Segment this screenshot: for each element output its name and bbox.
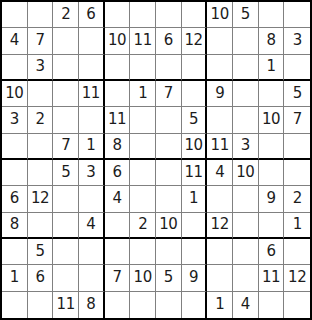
sudoku-cell[interactable]: 2 xyxy=(130,213,156,239)
given-digit: 7 xyxy=(35,33,44,48)
sudoku-cell[interactable]: 1 xyxy=(284,213,310,239)
given-digit: 4 xyxy=(215,165,224,180)
sudoku-cell[interactable] xyxy=(2,2,28,28)
given-digit: 5 xyxy=(35,244,44,259)
sudoku-cell[interactable]: 1 xyxy=(207,292,233,318)
given-digit: 1 xyxy=(86,138,95,153)
sudoku-cell[interactable] xyxy=(156,2,182,28)
sudoku-cell[interactable] xyxy=(284,134,310,160)
sudoku-cell[interactable] xyxy=(130,134,156,160)
given-digit: 11 xyxy=(57,297,75,312)
sudoku-cell[interactable]: 11 xyxy=(79,81,105,107)
sudoku-cell[interactable] xyxy=(130,239,156,265)
given-digit: 3 xyxy=(10,112,19,127)
sudoku-cell[interactable]: 8 xyxy=(2,213,28,239)
sudoku-cell[interactable]: 3 xyxy=(233,134,259,160)
given-digit: 10 xyxy=(236,165,254,180)
given-digit: 6 xyxy=(86,7,95,22)
sudoku-cell[interactable] xyxy=(79,107,105,133)
given-digit: 5 xyxy=(61,165,70,180)
sudoku-cell[interactable]: 5 xyxy=(156,265,182,291)
sudoku-cell[interactable]: 6 xyxy=(156,28,182,54)
given-digit: 11 xyxy=(211,138,229,153)
sudoku-cell[interactable]: 3 xyxy=(79,160,105,186)
given-digit: 6 xyxy=(10,191,19,206)
given-digit: 3 xyxy=(35,59,44,74)
given-digit: 2 xyxy=(35,112,44,127)
sudoku-cell[interactable] xyxy=(53,213,79,239)
sudoku-cell[interactable] xyxy=(28,134,54,160)
given-digit: 7 xyxy=(293,112,302,127)
sudoku-cell[interactable]: 3 xyxy=(2,107,28,133)
given-digit: 10 xyxy=(134,270,152,285)
sudoku-cell[interactable] xyxy=(28,213,54,239)
given-digit: 5 xyxy=(164,270,173,285)
sudoku-cell[interactable] xyxy=(233,28,259,54)
sudoku-cell[interactable] xyxy=(53,186,79,212)
sudoku-cell[interactable]: 10 xyxy=(259,107,285,133)
sudoku-cell[interactable] xyxy=(156,239,182,265)
sudoku-cell[interactable]: 1 xyxy=(79,134,105,160)
given-digit: 9 xyxy=(215,86,224,101)
sudoku-cell[interactable] xyxy=(182,55,208,81)
given-digit: 8 xyxy=(112,138,121,153)
sudoku-cell[interactable] xyxy=(79,239,105,265)
given-digit: 4 xyxy=(241,297,250,312)
sudoku-cell[interactable] xyxy=(233,186,259,212)
given-digit: 10 xyxy=(108,33,126,48)
sudoku-cell[interactable]: 1 xyxy=(130,81,156,107)
sudoku-cell[interactable] xyxy=(259,292,285,318)
given-digit: 3 xyxy=(86,165,95,180)
sudoku-cell[interactable] xyxy=(259,81,285,107)
sudoku-cell[interactable] xyxy=(156,160,182,186)
sudoku-cell[interactable]: 8 xyxy=(79,292,105,318)
sudoku-cell[interactable] xyxy=(233,239,259,265)
sudoku-cell[interactable]: 4 xyxy=(233,292,259,318)
sudoku-cell[interactable]: 7 xyxy=(105,265,131,291)
sudoku-cell[interactable]: 5 xyxy=(53,160,79,186)
given-digit: 12 xyxy=(288,270,306,285)
given-digit: 9 xyxy=(189,270,198,285)
sudoku-cell[interactable]: 10 xyxy=(2,81,28,107)
given-digit: 6 xyxy=(164,33,173,48)
sudoku-cell[interactable]: 5 xyxy=(233,2,259,28)
sudoku-cell[interactable]: 4 xyxy=(207,160,233,186)
sudoku-cell[interactable] xyxy=(233,213,259,239)
given-digit: 1 xyxy=(266,59,275,74)
sudoku-cell[interactable] xyxy=(2,292,28,318)
given-digit: 9 xyxy=(266,191,275,206)
sudoku-cell[interactable]: 1 xyxy=(182,186,208,212)
sudoku-cell[interactable] xyxy=(182,213,208,239)
sudoku-cell[interactable] xyxy=(284,55,310,81)
sudoku-cell[interactable]: 7 xyxy=(28,28,54,54)
sudoku-cell[interactable]: 10 xyxy=(207,2,233,28)
sudoku-board: 2610547101161283311011179532115107718101… xyxy=(0,0,312,320)
given-digit: 1 xyxy=(189,191,198,206)
sudoku-cell[interactable] xyxy=(53,107,79,133)
sudoku-cell[interactable] xyxy=(156,134,182,160)
sudoku-cell[interactable] xyxy=(2,239,28,265)
sudoku-cell[interactable]: 5 xyxy=(182,107,208,133)
given-digit: 3 xyxy=(241,138,250,153)
sudoku-cell[interactable] xyxy=(130,107,156,133)
sudoku-cell[interactable]: 7 xyxy=(284,107,310,133)
given-digit: 6 xyxy=(35,270,44,285)
sudoku-cell[interactable] xyxy=(284,292,310,318)
given-digit: 6 xyxy=(266,244,275,259)
given-digit: 4 xyxy=(112,191,121,206)
sudoku-cell[interactable] xyxy=(259,2,285,28)
given-digit: 5 xyxy=(293,86,302,101)
given-digit: 7 xyxy=(112,270,121,285)
sudoku-cell[interactable] xyxy=(182,239,208,265)
sudoku-cell[interactable] xyxy=(182,81,208,107)
sudoku-cell[interactable] xyxy=(130,186,156,212)
sudoku-cell[interactable] xyxy=(105,239,131,265)
sudoku-cell[interactable]: 4 xyxy=(79,213,105,239)
sudoku-cell[interactable] xyxy=(28,2,54,28)
sudoku-cell[interactable] xyxy=(130,292,156,318)
sudoku-cell[interactable] xyxy=(156,55,182,81)
sudoku-cell[interactable] xyxy=(182,292,208,318)
given-digit: 10 xyxy=(184,138,202,153)
given-digit: 2 xyxy=(138,217,147,232)
sudoku-cell[interactable]: 12 xyxy=(284,265,310,291)
sudoku-cell[interactable] xyxy=(233,265,259,291)
sudoku-cell[interactable]: 12 xyxy=(182,28,208,54)
sudoku-cell[interactable] xyxy=(130,160,156,186)
sudoku-cell[interactable] xyxy=(105,81,131,107)
sudoku-cell[interactable] xyxy=(156,292,182,318)
given-digit: 8 xyxy=(266,33,275,48)
sudoku-cell[interactable]: 6 xyxy=(259,239,285,265)
sudoku-cell[interactable]: 9 xyxy=(207,81,233,107)
sudoku-cell[interactable]: 5 xyxy=(28,239,54,265)
sudoku-cell[interactable]: 10 xyxy=(156,213,182,239)
sudoku-cell[interactable] xyxy=(105,292,131,318)
given-digit: 12 xyxy=(31,191,49,206)
sudoku-cell[interactable]: 8 xyxy=(105,134,131,160)
sudoku-cell[interactable] xyxy=(79,55,105,81)
sudoku-cell[interactable] xyxy=(2,160,28,186)
sudoku-cell[interactable] xyxy=(130,55,156,81)
sudoku-cell[interactable]: 11 xyxy=(53,292,79,318)
sudoku-cell[interactable] xyxy=(259,134,285,160)
given-digit: 10 xyxy=(262,112,280,127)
given-digit: 7 xyxy=(61,138,70,153)
sudoku-cell[interactable]: 3 xyxy=(284,28,310,54)
sudoku-cell[interactable]: 11 xyxy=(105,107,131,133)
sudoku-cell[interactable] xyxy=(207,239,233,265)
sudoku-cell[interactable]: 7 xyxy=(156,81,182,107)
sudoku-cell[interactable] xyxy=(233,107,259,133)
sudoku-cell[interactable] xyxy=(105,55,131,81)
given-digit: 10 xyxy=(5,86,23,101)
sudoku-cell[interactable]: 2 xyxy=(28,107,54,133)
sudoku-cell[interactable] xyxy=(53,28,79,54)
sudoku-cell[interactable] xyxy=(79,186,105,212)
sudoku-cell[interactable] xyxy=(284,239,310,265)
sudoku-cell[interactable] xyxy=(207,107,233,133)
sudoku-cell[interactable]: 9 xyxy=(259,186,285,212)
sudoku-cell[interactable]: 9 xyxy=(182,265,208,291)
given-digit: 2 xyxy=(61,7,70,22)
sudoku-cell[interactable]: 11 xyxy=(259,265,285,291)
sudoku-cell[interactable]: 11 xyxy=(182,160,208,186)
sudoku-cell[interactable] xyxy=(105,2,131,28)
sudoku-cell[interactable] xyxy=(2,134,28,160)
sudoku-cell[interactable] xyxy=(233,81,259,107)
sudoku-cell[interactable] xyxy=(53,239,79,265)
sudoku-cell[interactable] xyxy=(207,55,233,81)
sudoku-cell[interactable] xyxy=(53,265,79,291)
sudoku-cell[interactable] xyxy=(28,160,54,186)
sudoku-cell[interactable]: 1 xyxy=(259,55,285,81)
given-digit: 3 xyxy=(293,33,302,48)
sudoku-cell[interactable] xyxy=(2,55,28,81)
sudoku-cell[interactable] xyxy=(53,55,79,81)
sudoku-cell[interactable] xyxy=(156,186,182,212)
sudoku-cell[interactable]: 12 xyxy=(207,213,233,239)
sudoku-cell[interactable]: 1 xyxy=(2,265,28,291)
sudoku-cell[interactable] xyxy=(28,81,54,107)
given-digit: 11 xyxy=(108,112,126,127)
given-digit: 6 xyxy=(112,165,121,180)
given-digit: 4 xyxy=(86,217,95,232)
sudoku-cell[interactable]: 5 xyxy=(284,81,310,107)
sudoku-cell[interactable] xyxy=(259,213,285,239)
sudoku-cell[interactable]: 2 xyxy=(53,2,79,28)
given-digit: 5 xyxy=(189,112,198,127)
sudoku-cell[interactable] xyxy=(207,186,233,212)
given-digit: 1 xyxy=(138,86,147,101)
sudoku-cell[interactable]: 6 xyxy=(79,2,105,28)
sudoku-cell[interactable]: 10 xyxy=(182,134,208,160)
given-digit: 8 xyxy=(86,297,95,312)
sudoku-cell[interactable]: 6 xyxy=(28,265,54,291)
given-digit: 8 xyxy=(10,217,19,232)
given-digit: 10 xyxy=(159,217,177,232)
sudoku-cell[interactable]: 6 xyxy=(105,160,131,186)
given-digit: 7 xyxy=(164,86,173,101)
sudoku-cell[interactable]: 4 xyxy=(2,28,28,54)
given-digit: 10 xyxy=(211,7,229,22)
sudoku-cell[interactable]: 2 xyxy=(284,186,310,212)
given-digit: 1 xyxy=(293,217,302,232)
sudoku-cell[interactable] xyxy=(79,28,105,54)
given-digit: 11 xyxy=(262,270,280,285)
sudoku-cell[interactable]: 10 xyxy=(105,28,131,54)
sudoku-cell[interactable] xyxy=(156,107,182,133)
sudoku-cell[interactable] xyxy=(207,265,233,291)
given-digit: 11 xyxy=(82,86,100,101)
sudoku-cell[interactable] xyxy=(284,2,310,28)
sudoku-cell[interactable] xyxy=(259,160,285,186)
sudoku-cell[interactable] xyxy=(53,81,79,107)
sudoku-cell[interactable] xyxy=(105,213,131,239)
given-digit: 5 xyxy=(241,7,250,22)
given-digit: 12 xyxy=(211,217,229,232)
given-digit: 12 xyxy=(184,33,202,48)
sudoku-cell[interactable]: 11 xyxy=(207,134,233,160)
given-digit: 11 xyxy=(134,33,152,48)
given-digit: 11 xyxy=(184,165,202,180)
sudoku-cell[interactable] xyxy=(130,2,156,28)
given-digit: 4 xyxy=(10,33,19,48)
given-digit: 1 xyxy=(215,297,224,312)
sudoku-cell[interactable]: 10 xyxy=(130,265,156,291)
sudoku-cell[interactable]: 8 xyxy=(259,28,285,54)
sudoku-cell[interactable] xyxy=(28,292,54,318)
given-digit: 1 xyxy=(10,270,19,285)
sudoku-cell[interactable]: 7 xyxy=(53,134,79,160)
sudoku-cell[interactable]: 4 xyxy=(105,186,131,212)
sudoku-cell[interactable]: 12 xyxy=(28,186,54,212)
sudoku-cell[interactable]: 11 xyxy=(130,28,156,54)
sudoku-cell[interactable] xyxy=(284,160,310,186)
sudoku-cell[interactable] xyxy=(79,265,105,291)
sudoku-cell[interactable]: 3 xyxy=(28,55,54,81)
sudoku-cell[interactable] xyxy=(182,2,208,28)
sudoku-cell[interactable]: 6 xyxy=(2,186,28,212)
sudoku-cell[interactable] xyxy=(207,28,233,54)
given-digit: 2 xyxy=(293,191,302,206)
sudoku-cell[interactable] xyxy=(233,55,259,81)
sudoku-cell[interactable]: 10 xyxy=(233,160,259,186)
